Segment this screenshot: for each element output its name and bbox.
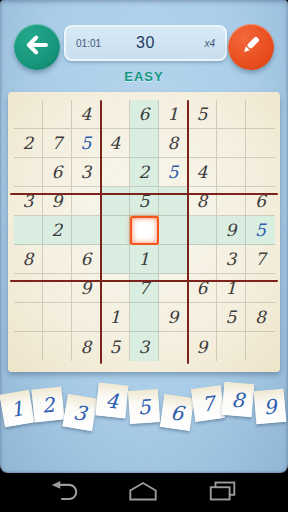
sudoku-cell-r5c7[interactable] [188,216,217,245]
sudoku-cell-r8c9[interactable]: 8 [246,303,275,332]
sudoku-cell-r4c3[interactable] [72,187,101,216]
sudoku-cell-r6c4[interactable] [101,245,130,274]
number-tile-7[interactable]: 7 [191,385,225,422]
sudoku-cell-r3c6[interactable]: 5 [159,158,188,187]
difficulty-label: EASY [0,69,288,84]
sudoku-cell-r7c3[interactable]: 9 [72,274,101,303]
box-divider-horizontal [10,193,278,195]
sudoku-cell-r2c7[interactable] [188,129,217,158]
number-tile-label: 2 [40,392,55,417]
sudoku-grid: 461527548632543958629586137976119588539 [14,100,275,361]
nav-home-button[interactable] [126,482,160,504]
sudoku-cell-r4c8[interactable] [217,187,246,216]
sudoku-cell-r7c7[interactable]: 6 [188,274,217,303]
sudoku-cell-r6c5[interactable]: 1 [130,245,159,274]
number-tile-label: 4 [104,388,119,413]
number-tile-5[interactable]: 5 [128,389,160,424]
number-tile-4[interactable]: 4 [95,383,128,419]
sudoku-cell-r4c2[interactable]: 9 [43,187,72,216]
sudoku-cell-r3c1[interactable] [14,158,43,187]
sudoku-cell-r6c9[interactable]: 7 [246,245,275,274]
sudoku-cell-r3c5[interactable]: 2 [130,158,159,187]
number-tile-3[interactable]: 3 [62,394,97,432]
sudoku-cell-r9c6[interactable] [159,332,188,361]
nav-back-icon [48,480,80,506]
sudoku-cell-r7c9[interactable] [246,274,275,303]
sudoku-cell-r1c3[interactable]: 4 [72,100,101,129]
sudoku-cell-r2c1[interactable]: 2 [14,129,43,158]
sudoku-cell-r8c4[interactable]: 1 [101,303,130,332]
number-tile-label: 8 [231,387,246,412]
score-value: 30 [116,34,175,52]
nav-recents-button[interactable] [206,482,240,504]
sudoku-cell-r1c2[interactable] [43,100,72,129]
back-button[interactable] [14,24,60,70]
sudoku-cell-r2c3[interactable]: 5 [72,129,101,158]
sudoku-cell-r4c1[interactable]: 3 [14,187,43,216]
sudoku-cell-r1c4[interactable] [101,100,130,129]
nav-home-icon [127,480,159,506]
number-tile-9[interactable]: 9 [254,389,287,424]
sudoku-cell-r5c2[interactable]: 2 [43,216,72,245]
sudoku-cell-r8c5[interactable] [130,303,159,332]
number-tile-label: 6 [169,400,185,426]
box-divider-vertical [100,100,102,364]
sudoku-cell-r2c5[interactable] [130,129,159,158]
sudoku-cell-r5c6[interactable] [159,216,188,245]
sudoku-cell-r5c3[interactable] [72,216,101,245]
sudoku-cell-r9c7[interactable]: 9 [188,332,217,361]
sudoku-cell-r9c9[interactable] [246,332,275,361]
sudoku-cell-r9c4[interactable]: 5 [101,332,130,361]
sudoku-cell-r7c8[interactable]: 1 [217,274,246,303]
sudoku-cell-r9c1[interactable] [14,332,43,361]
android-navbar [0,473,288,512]
box-divider-horizontal [10,280,278,282]
sudoku-cell-r1c8[interactable] [217,100,246,129]
sudoku-cell-r8c7[interactable] [188,303,217,332]
sudoku-cell-r2c2[interactable]: 7 [43,129,72,158]
sudoku-cell-r6c7[interactable] [188,245,217,274]
sudoku-cell-r3c4[interactable] [101,158,130,187]
sudoku-cell-r8c3[interactable] [72,303,101,332]
sudoku-cell-r9c3[interactable]: 8 [72,332,101,361]
timer: 01:01 [76,38,116,49]
sudoku-cell-r9c8[interactable] [217,332,246,361]
sudoku-cell-r8c1[interactable] [14,303,43,332]
nav-back-button[interactable] [47,482,81,504]
number-tile-1[interactable]: 1 [0,390,35,428]
app-screen: 01:01 30 x4 EASY 46152754863254395862958… [0,0,288,473]
sudoku-cell-r3c7[interactable]: 4 [188,158,217,187]
sudoku-board: 461527548632543958629586137976119588539 [8,92,280,372]
sudoku-cell-r1c1[interactable] [14,100,43,129]
sudoku-cell-r1c5[interactable]: 6 [130,100,159,129]
sudoku-cell-r6c2[interactable] [43,245,72,274]
sudoku-cell-r7c4[interactable] [101,274,130,303]
sudoku-cell-r4c9[interactable]: 6 [246,187,275,216]
sudoku-cell-r1c6[interactable]: 1 [159,100,188,129]
sudoku-cell-r9c2[interactable] [43,332,72,361]
sudoku-cell-r4c4[interactable] [101,187,130,216]
sudoku-cell-r5c1[interactable] [14,216,43,245]
number-tile-label: 9 [263,394,278,419]
number-tile-6[interactable]: 6 [160,394,194,431]
sudoku-cell-r1c7[interactable]: 5 [188,100,217,129]
sudoku-cell-r3c2[interactable]: 6 [43,158,72,187]
sudoku-cell-r6c1[interactable]: 8 [14,245,43,274]
score-panel: 01:01 30 x4 [64,25,227,61]
sudoku-cell-r6c6[interactable] [159,245,188,274]
sudoku-cell-r4c5[interactable]: 5 [130,187,159,216]
sudoku-cell-r6c8[interactable]: 3 [217,245,246,274]
sudoku-cell-r2c6[interactable]: 8 [159,129,188,158]
sudoku-cell-r8c2[interactable] [43,303,72,332]
sudoku-cell-r9c5[interactable]: 3 [130,332,159,361]
nav-recents-icon [207,480,239,506]
number-tile-label: 5 [137,394,151,419]
back-arrow-icon [24,32,50,62]
number-tile-8[interactable]: 8 [222,382,255,417]
sudoku-cell-r3c8[interactable] [217,158,246,187]
sudoku-cell-r5c5[interactable] [130,216,159,245]
sudoku-cell-r3c3[interactable]: 3 [72,158,101,187]
sudoku-cell-r3c9[interactable] [246,158,275,187]
number-tile-label: 3 [72,400,89,426]
sudoku-cell-r7c1[interactable] [14,274,43,303]
number-tile-label: 1 [9,396,26,422]
sudoku-cell-r2c8[interactable] [217,129,246,158]
sudoku-cell-r2c9[interactable] [246,129,275,158]
sudoku-cell-r8c8[interactable]: 5 [217,303,246,332]
sudoku-cell-r5c8[interactable]: 9 [217,216,246,245]
sudoku-cell-r2c4[interactable]: 4 [101,129,130,158]
sudoku-cell-r1c9[interactable] [246,100,275,129]
sudoku-cell-r7c5[interactable]: 7 [130,274,159,303]
pencil-icon [238,32,264,62]
box-divider-vertical [187,100,189,364]
sudoku-cell-r8c6[interactable]: 9 [159,303,188,332]
sudoku-cell-r5c9[interactable]: 5 [246,216,275,245]
sudoku-cell-r4c6[interactable] [159,187,188,216]
sudoku-cell-r5c4[interactable] [101,216,130,245]
sudoku-cell-r7c6[interactable] [159,274,188,303]
sudoku-cell-r4c7[interactable]: 8 [188,187,217,216]
number-tile-label: 7 [200,391,216,417]
score-multiplier: x4 [175,38,215,49]
pencil-mode-button[interactable] [228,24,274,70]
sudoku-cell-r7c2[interactable] [43,274,72,303]
number-tile-2[interactable]: 2 [31,387,64,423]
sudoku-cell-r6c3[interactable]: 6 [72,245,101,274]
